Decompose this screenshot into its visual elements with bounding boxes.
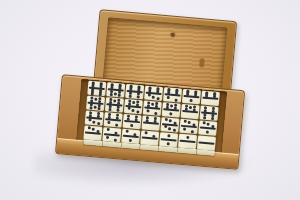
domino-tile-5-0[interactable] xyxy=(181,104,200,120)
pip-icon xyxy=(154,119,157,122)
pip-icon xyxy=(125,129,128,132)
pip-icon xyxy=(175,99,178,102)
pip-icon xyxy=(212,110,215,113)
pip-icon xyxy=(194,93,197,96)
pip-icon xyxy=(186,92,189,95)
pip-icon xyxy=(136,111,139,114)
pip-icon xyxy=(189,106,192,109)
pip-icon xyxy=(204,109,207,112)
domino-tile-5-2[interactable] xyxy=(143,100,162,116)
pip-icon xyxy=(193,108,196,111)
pip-icon xyxy=(164,125,167,128)
pip-icon xyxy=(87,126,90,129)
pip-icon xyxy=(213,95,216,98)
pip-icon xyxy=(137,96,140,99)
domino-tile-6-6[interactable] xyxy=(87,81,106,97)
pip-icon xyxy=(189,99,192,102)
lid-wood-knot-icon xyxy=(199,58,205,67)
pip-icon xyxy=(147,94,150,97)
pip-icon xyxy=(183,119,186,122)
pip-icon xyxy=(127,107,130,110)
pip-icon xyxy=(108,108,111,111)
domino-tile-6-2[interactable] xyxy=(163,87,182,103)
domino-tile-6-1[interactable] xyxy=(182,89,201,105)
pip-icon xyxy=(206,123,209,126)
domino-tile-4-3[interactable] xyxy=(85,110,104,126)
pip-icon xyxy=(98,107,101,110)
pip-icon xyxy=(132,101,135,104)
pip-icon xyxy=(130,124,133,127)
domino-tile-3-0[interactable] xyxy=(83,125,102,141)
domino-tile-5-1[interactable] xyxy=(162,102,181,118)
pip-icon xyxy=(170,104,173,107)
pip-icon xyxy=(175,91,178,94)
domino-tile-1-1[interactable] xyxy=(159,132,178,148)
pip-icon xyxy=(148,89,151,92)
domino-tile-5-5[interactable] xyxy=(86,96,105,112)
pip-icon xyxy=(127,117,130,120)
domino-tile-4-1[interactable] xyxy=(122,114,141,130)
pip-icon xyxy=(165,106,168,109)
pip-icon xyxy=(98,100,101,103)
pip-icon xyxy=(113,99,116,102)
domino-tile-4-0[interactable] xyxy=(141,115,160,131)
pip-icon xyxy=(97,122,100,125)
pip-icon xyxy=(211,117,214,120)
pip-icon xyxy=(128,102,131,105)
domino-tile-2-1[interactable] xyxy=(121,129,140,145)
pip-icon xyxy=(146,109,149,112)
pip-icon xyxy=(205,94,208,97)
pip-icon xyxy=(94,105,97,108)
pip-icon xyxy=(94,98,97,101)
pip-icon xyxy=(109,101,112,104)
pip-icon xyxy=(114,139,117,142)
pip-icon xyxy=(99,93,102,96)
pip-icon xyxy=(118,94,121,97)
domino-tile-2-0[interactable] xyxy=(140,130,159,146)
pip-icon xyxy=(184,107,187,110)
pip-icon xyxy=(97,115,100,118)
pip-icon xyxy=(168,127,171,130)
pip-icon xyxy=(203,117,206,120)
pip-icon xyxy=(117,101,120,104)
pip-icon xyxy=(144,131,147,134)
pip-icon xyxy=(151,103,154,106)
domino-grid xyxy=(83,81,220,151)
pip-icon xyxy=(89,114,92,117)
pip-icon xyxy=(88,119,91,122)
pip-icon xyxy=(91,84,94,87)
pip-icon xyxy=(92,120,95,123)
domino-tile-4-4[interactable] xyxy=(199,105,218,121)
pip-icon xyxy=(206,130,209,133)
pip-icon xyxy=(169,112,172,115)
pip-icon xyxy=(186,136,189,139)
pip-icon xyxy=(114,92,117,95)
pip-icon xyxy=(136,103,139,106)
pip-icon xyxy=(155,105,158,108)
domino-block xyxy=(83,81,220,156)
domino-tile-4-2[interactable] xyxy=(104,112,123,128)
pip-icon xyxy=(152,96,155,99)
pip-icon xyxy=(131,109,134,112)
pip-icon xyxy=(115,124,118,127)
pip-icon xyxy=(89,107,92,110)
pip-icon xyxy=(183,127,186,130)
pip-icon xyxy=(152,134,155,137)
pip-icon xyxy=(116,116,119,119)
pip-icon xyxy=(167,142,170,145)
pip-icon xyxy=(107,128,110,131)
pip-icon xyxy=(110,86,113,89)
domino-tile-1-0[interactable] xyxy=(178,134,197,150)
pip-icon xyxy=(92,128,95,131)
pip-icon xyxy=(91,92,94,95)
pip-icon xyxy=(99,85,102,88)
pip-icon xyxy=(133,133,136,136)
pip-icon xyxy=(191,130,194,133)
pip-icon xyxy=(169,119,172,122)
pip-icon xyxy=(156,97,159,100)
pip-icon xyxy=(145,119,148,122)
pip-icon xyxy=(129,87,132,90)
pip-icon xyxy=(192,123,195,126)
pip-icon xyxy=(164,117,167,120)
pip-icon xyxy=(108,115,111,118)
pip-icon xyxy=(188,121,191,124)
domino-tile-2-2[interactable] xyxy=(102,127,121,143)
pip-icon xyxy=(172,129,175,132)
photo-stage xyxy=(0,0,300,200)
pip-icon xyxy=(211,125,214,128)
pip-icon xyxy=(96,130,99,133)
box-base-tray xyxy=(55,74,245,170)
lid-magnet-dot xyxy=(170,33,174,37)
domino-tile-3-2[interactable] xyxy=(179,119,198,135)
pip-icon xyxy=(202,121,205,124)
domino-tile-6-0[interactable] xyxy=(201,90,220,106)
pip-icon xyxy=(106,135,109,138)
domino-tile-3-1[interactable] xyxy=(198,120,217,136)
pip-icon xyxy=(167,91,170,94)
pip-icon xyxy=(173,121,176,124)
domino-tile-3-3[interactable] xyxy=(160,117,179,133)
pip-icon xyxy=(135,118,138,121)
pip-icon xyxy=(116,109,119,112)
pip-icon xyxy=(154,112,157,115)
pip-icon xyxy=(167,134,170,137)
pip-icon xyxy=(115,131,118,134)
domino-tile-6-5[interactable] xyxy=(106,82,125,98)
pip-icon xyxy=(128,95,131,98)
domino-box xyxy=(0,0,300,200)
pip-icon xyxy=(167,95,170,98)
domino-tile-6-3[interactable] xyxy=(144,86,163,102)
domino-tile-6-4[interactable] xyxy=(125,84,144,100)
pip-icon xyxy=(109,93,112,96)
pip-icon xyxy=(107,120,110,123)
pip-icon xyxy=(129,139,132,142)
domino-tile-0-0[interactable] xyxy=(197,135,216,151)
domino-tile-5-3[interactable] xyxy=(124,99,143,115)
domino-tile-5-4[interactable] xyxy=(105,97,124,113)
pip-icon xyxy=(137,88,140,91)
pip-icon xyxy=(174,106,177,109)
pip-icon xyxy=(90,99,93,102)
pip-icon xyxy=(156,90,159,93)
pip-icon xyxy=(118,86,121,89)
pip-icon xyxy=(147,104,150,107)
